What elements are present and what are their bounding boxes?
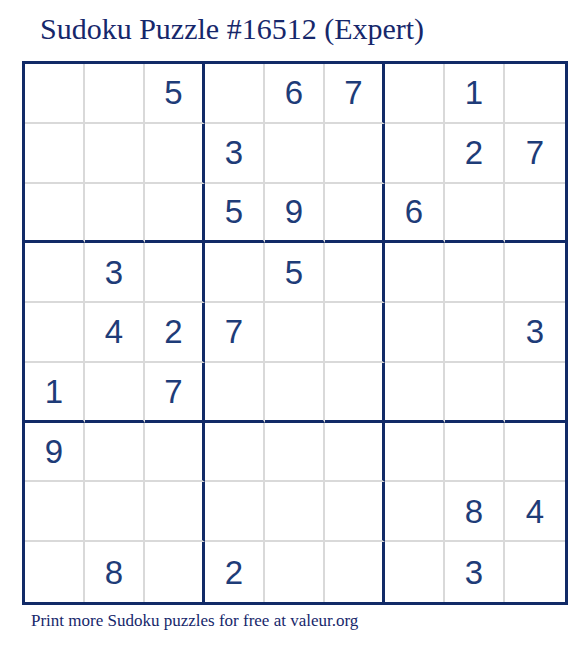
page: Sudoku Puzzle #16512 (Expert) 5671327596… [0, 0, 580, 651]
cell-r6c3: 7 [145, 363, 205, 423]
cell-r5c7 [385, 303, 445, 363]
cell-r9c3 [145, 542, 205, 602]
cell-r5c6 [325, 303, 385, 363]
cell-r8c7 [385, 482, 445, 542]
cell-r1c9 [505, 64, 565, 124]
cell-r1c6: 7 [325, 64, 385, 124]
cell-r7c2 [85, 423, 145, 483]
cell-r6c2 [85, 363, 145, 423]
cell-r5c1 [25, 303, 85, 363]
cell-r7c8 [445, 423, 505, 483]
cell-r8c4 [205, 482, 265, 542]
cell-r8c5 [265, 482, 325, 542]
cell-r2c1 [25, 124, 85, 184]
cell-r9c5 [265, 542, 325, 602]
cell-r9c1 [25, 542, 85, 602]
cell-r2c9: 7 [505, 124, 565, 184]
cell-r5c8 [445, 303, 505, 363]
cell-r4c3 [145, 243, 205, 303]
cell-r1c4 [205, 64, 265, 124]
cell-r3c2 [85, 184, 145, 244]
cell-r2c4: 3 [205, 124, 265, 184]
cell-r9c9 [505, 542, 565, 602]
cell-r4c2: 3 [85, 243, 145, 303]
cell-r4c6 [325, 243, 385, 303]
cell-r7c6 [325, 423, 385, 483]
cell-r7c7 [385, 423, 445, 483]
cell-r2c7 [385, 124, 445, 184]
cell-r4c9 [505, 243, 565, 303]
cell-r5c5 [265, 303, 325, 363]
cell-r5c2: 4 [85, 303, 145, 363]
cell-r9c4: 2 [205, 542, 265, 602]
cell-r3c7: 6 [385, 184, 445, 244]
cell-r7c5 [265, 423, 325, 483]
cell-r6c7 [385, 363, 445, 423]
cell-r3c5: 9 [265, 184, 325, 244]
cell-r3c9 [505, 184, 565, 244]
cell-r2c2 [85, 124, 145, 184]
cell-r2c3 [145, 124, 205, 184]
puzzle-title: Sudoku Puzzle #16512 (Expert) [40, 12, 424, 46]
footer-note: Print more Sudoku puzzles for free at va… [31, 611, 358, 631]
cell-r4c8 [445, 243, 505, 303]
cell-r4c4 [205, 243, 265, 303]
cell-r8c8: 8 [445, 482, 505, 542]
cell-r1c2 [85, 64, 145, 124]
cell-r3c4: 5 [205, 184, 265, 244]
cell-r9c6 [325, 542, 385, 602]
cell-r6c9 [505, 363, 565, 423]
cell-r7c9 [505, 423, 565, 483]
cell-r8c1 [25, 482, 85, 542]
cell-r5c9: 3 [505, 303, 565, 363]
cell-r3c8 [445, 184, 505, 244]
cell-r9c7 [385, 542, 445, 602]
sudoku-board: 567132759635427317984823 [22, 61, 568, 605]
cell-r1c5: 6 [265, 64, 325, 124]
cell-r3c3 [145, 184, 205, 244]
cell-r2c8: 2 [445, 124, 505, 184]
cell-r2c6 [325, 124, 385, 184]
cell-r8c9: 4 [505, 482, 565, 542]
cell-r6c4 [205, 363, 265, 423]
cell-r5c4: 7 [205, 303, 265, 363]
cell-r1c1 [25, 64, 85, 124]
cell-r1c3: 5 [145, 64, 205, 124]
cell-r8c3 [145, 482, 205, 542]
cell-r6c5 [265, 363, 325, 423]
cell-r4c7 [385, 243, 445, 303]
cell-r9c8: 3 [445, 542, 505, 602]
cell-r3c1 [25, 184, 85, 244]
cell-r4c5: 5 [265, 243, 325, 303]
cell-r1c7 [385, 64, 445, 124]
cell-r1c8: 1 [445, 64, 505, 124]
cell-r4c1 [25, 243, 85, 303]
cell-r8c2 [85, 482, 145, 542]
cell-r3c6 [325, 184, 385, 244]
cell-r9c2: 8 [85, 542, 145, 602]
cell-r7c4 [205, 423, 265, 483]
cell-r5c3: 2 [145, 303, 205, 363]
cell-r7c1: 9 [25, 423, 85, 483]
cell-r8c6 [325, 482, 385, 542]
cell-r2c5 [265, 124, 325, 184]
cell-r6c1: 1 [25, 363, 85, 423]
cell-r6c6 [325, 363, 385, 423]
cell-r7c3 [145, 423, 205, 483]
cell-r6c8 [445, 363, 505, 423]
